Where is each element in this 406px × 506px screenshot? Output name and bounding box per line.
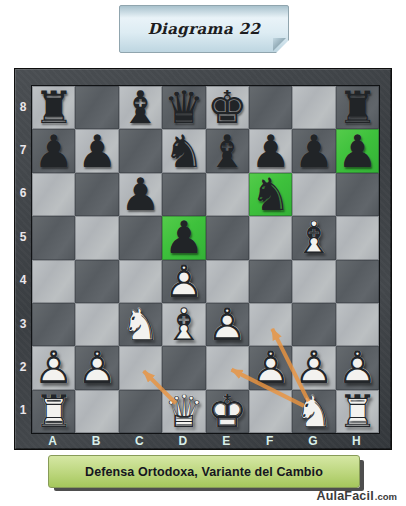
square-h2: ♟♙: [336, 346, 379, 389]
white-bishop-icon-outline: ♗: [292, 216, 335, 259]
square-e4: [206, 260, 249, 303]
rank-label-3: 3: [15, 302, 31, 345]
square-c3: ♞♘: [119, 303, 162, 346]
file-label-d: D: [161, 432, 204, 450]
white-queen-icon-outline: ♕: [162, 390, 205, 433]
black-pawn-icon: ♟: [162, 216, 205, 259]
rank-label-4: 4: [15, 259, 31, 302]
square-f5: [249, 216, 292, 259]
brand-name: AulaFacil: [316, 489, 373, 503]
square-c7: [119, 129, 162, 172]
square-f8: [249, 86, 292, 129]
diagram-page: Diagrama 22 87654321 ♜♝♛♚♜♟♟♞♝♟♟♟♟♞♟♝♗♟♙…: [0, 0, 406, 506]
square-g1: ♞♘: [292, 390, 335, 433]
square-d6: [162, 173, 205, 216]
diagram-title: Diagrama 22: [148, 20, 261, 38]
caption-banner: Defensa Ortodoxa, Variante del Cambio: [48, 455, 360, 488]
white-pawn-icon-outline: ♙: [292, 346, 335, 389]
diagram-title-note: Diagrama 22: [119, 5, 289, 53]
square-f1: [249, 390, 292, 433]
square-a8: ♜: [32, 86, 75, 129]
white-pawn-icon-outline: ♙: [32, 346, 75, 389]
black-pawn-icon: ♟: [119, 173, 162, 216]
white-rook-icon-outline: ♖: [336, 390, 379, 433]
white-pawn-icon-outline: ♙: [75, 346, 118, 389]
square-g2: ♟♙: [292, 346, 335, 389]
square-h6: [336, 173, 379, 216]
brand-tld: .com: [375, 491, 397, 502]
black-bishop-icon: ♝: [206, 129, 249, 172]
square-f2: ♟♙: [249, 346, 292, 389]
square-b2: ♟♙: [75, 346, 118, 389]
file-label-e: E: [205, 432, 248, 450]
square-d1: ♛♕: [162, 390, 205, 433]
square-c5: [119, 216, 162, 259]
square-g4: [292, 260, 335, 303]
square-e5: [206, 216, 249, 259]
square-g7: ♟: [292, 129, 335, 172]
rank-label-1: 1: [15, 389, 31, 432]
square-f6: ♞: [249, 173, 292, 216]
square-a2: ♟♙: [32, 346, 75, 389]
square-c1: [119, 390, 162, 433]
file-label-a: A: [31, 432, 74, 450]
square-a1: ♜♖: [32, 390, 75, 433]
white-pawn-icon-outline: ♙: [206, 303, 249, 346]
square-f3: [249, 303, 292, 346]
rank-label-6: 6: [15, 172, 31, 215]
white-knight-icon-outline: ♘: [292, 390, 335, 433]
square-h7: ♟: [336, 129, 379, 172]
file-label-b: B: [74, 432, 117, 450]
square-b4: [75, 260, 118, 303]
square-g6: [292, 173, 335, 216]
square-f7: ♟: [249, 129, 292, 172]
black-pawn-icon: ♟: [75, 129, 118, 172]
square-d2: [162, 346, 205, 389]
black-rook-icon: ♜: [32, 86, 75, 129]
square-e1: ♚♔: [206, 390, 249, 433]
square-h8: ♜: [336, 86, 379, 129]
square-c8: ♝: [119, 86, 162, 129]
file-label-c: C: [118, 432, 161, 450]
white-knight-icon-outline: ♘: [119, 303, 162, 346]
file-label-g: G: [291, 432, 334, 450]
square-a4: [32, 260, 75, 303]
square-g3: [292, 303, 335, 346]
square-b1: [75, 390, 118, 433]
square-g8: [292, 86, 335, 129]
square-e7: ♝: [206, 129, 249, 172]
black-queen-icon: ♛: [162, 86, 205, 129]
square-a3: [32, 303, 75, 346]
square-b3: [75, 303, 118, 346]
square-a7: ♟: [32, 129, 75, 172]
square-b5: [75, 216, 118, 259]
square-h3: [336, 303, 379, 346]
site-branding: AulaFacil .com: [316, 489, 397, 503]
square-d8: ♛: [162, 86, 205, 129]
square-e3: ♟♙: [206, 303, 249, 346]
rank-label-2: 2: [15, 345, 31, 388]
white-pawn-icon-outline: ♙: [336, 346, 379, 389]
rank-label-5: 5: [15, 215, 31, 258]
square-c4: [119, 260, 162, 303]
file-labels: ABCDEFGH: [31, 432, 378, 450]
square-b8: [75, 86, 118, 129]
black-bishop-icon: ♝: [119, 86, 162, 129]
black-pawn-icon: ♟: [336, 129, 379, 172]
square-a5: [32, 216, 75, 259]
square-h1: ♜♖: [336, 390, 379, 433]
square-g5: ♝♗: [292, 216, 335, 259]
black-knight-icon: ♞: [249, 173, 292, 216]
black-knight-icon: ♞: [162, 129, 205, 172]
chess-board-panel: 87654321 ♜♝♛♚♜♟♟♞♝♟♟♟♟♞♟♝♗♟♙♞♘♝♗♟♙♟♙♟♙♟♙…: [14, 68, 392, 450]
white-pawn-icon-outline: ♙: [249, 346, 292, 389]
square-f4: [249, 260, 292, 303]
black-pawn-icon: ♟: [32, 129, 75, 172]
square-b6: [75, 173, 118, 216]
black-king-icon: ♚: [206, 86, 249, 129]
square-e8: ♚: [206, 86, 249, 129]
square-d3: ♝♗: [162, 303, 205, 346]
square-a6: [32, 173, 75, 216]
square-e6: [206, 173, 249, 216]
white-pawn-icon-outline: ♙: [162, 260, 205, 303]
file-label-h: H: [335, 432, 378, 450]
square-e2: [206, 346, 249, 389]
black-pawn-icon: ♟: [292, 129, 335, 172]
square-c2: [119, 346, 162, 389]
black-pawn-icon: ♟: [249, 129, 292, 172]
white-bishop-icon-outline: ♗: [162, 303, 205, 346]
square-d4: ♟♙: [162, 260, 205, 303]
square-h5: [336, 216, 379, 259]
rank-labels: 87654321: [15, 85, 31, 432]
rank-label-8: 8: [15, 85, 31, 128]
square-d5: ♟: [162, 216, 205, 259]
square-d7: ♞: [162, 129, 205, 172]
square-h4: [336, 260, 379, 303]
white-rook-icon-outline: ♖: [32, 390, 75, 433]
black-rook-icon: ♜: [336, 86, 379, 129]
white-king-icon-outline: ♔: [206, 390, 249, 433]
square-c6: ♟: [119, 173, 162, 216]
caption-text: Defensa Ortodoxa, Variante del Cambio: [85, 465, 323, 479]
square-b7: ♟: [75, 129, 118, 172]
chess-board: ♜♝♛♚♜♟♟♞♝♟♟♟♟♞♟♝♗♟♙♞♘♝♗♟♙♟♙♟♙♟♙♟♙♟♙♜♖♛♕♚…: [31, 85, 380, 434]
file-label-f: F: [248, 432, 291, 450]
rank-label-7: 7: [15, 128, 31, 171]
